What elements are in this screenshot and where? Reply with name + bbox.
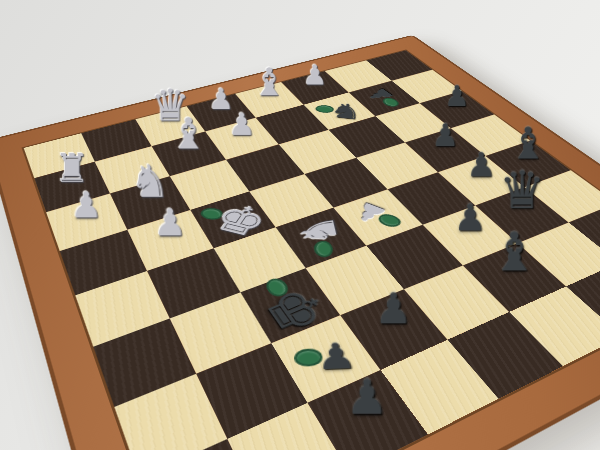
bishop-glyph: ♝ — [491, 225, 539, 278]
white-bishop[interactable]: ♝ — [252, 63, 286, 101]
black-pawn[interactable]: ♟ — [454, 199, 487, 236]
knight-glyph: ♞ — [130, 159, 170, 204]
white-pawn[interactable]: ♟ — [347, 199, 408, 235]
black-pawn[interactable]: ♟ — [431, 119, 459, 150]
black-bishop[interactable]: ♝ — [491, 225, 539, 278]
black-pawn[interactable]: ♟ — [345, 373, 388, 421]
black-queen[interactable]: ♛ — [499, 164, 546, 216]
black-knight[interactable]: ♞ — [312, 99, 366, 123]
bishop-glyph: ♝ — [170, 112, 208, 155]
queen-glyph: ♛ — [499, 164, 546, 216]
white-pawn[interactable]: ♟ — [303, 61, 328, 89]
black-bishop[interactable]: ♝ — [509, 122, 548, 166]
black-pawn[interactable]: ♟ — [466, 148, 496, 181]
pawn-glyph: ♟ — [228, 109, 255, 140]
black-pawn[interactable]: ♟ — [444, 81, 470, 110]
pawn-glyph: ♟ — [431, 119, 459, 150]
pawn-glyph: ♟ — [345, 373, 388, 421]
pawn-glyph: ♟ — [303, 61, 328, 89]
pawn-glyph: ♟ — [70, 187, 102, 223]
pawn-glyph: ♟ — [154, 204, 187, 241]
pawn-glyph: ♟ — [374, 287, 412, 329]
white-pawn[interactable]: ♟ — [228, 109, 255, 140]
black-pawn[interactable]: ♟ — [374, 287, 412, 329]
knight-glyph: ♞ — [293, 215, 345, 247]
pawn-glyph: ♟ — [466, 148, 496, 181]
table-surface: ♛♟♝♟♜♝♟♞♟♟♞♟♟♚♟♞♟♟♝♚♟♛♟♟♝♟ — [0, 0, 600, 450]
rook-glyph: ♜ — [54, 148, 89, 188]
bishop-glyph: ♝ — [252, 63, 286, 101]
white-knight[interactable]: ♞ — [293, 215, 349, 260]
board-frame: ♛♟♝♟♜♝♟♞♟♟♞♟♟♚♟♞♟♟♝♚♟♛♟♟♝♟ — [0, 36, 600, 450]
chess-board: ♛♟♝♟♜♝♟♞♟♟♞♟♟♚♟♞♟♟♝♚♟♛♟♟♝♟ — [0, 36, 600, 450]
white-pawn[interactable]: ♟ — [70, 187, 102, 223]
white-bishop[interactable]: ♝ — [170, 112, 208, 155]
white-rook[interactable]: ♜ — [54, 148, 89, 188]
board-grid: ♛♟♝♟♜♝♟♞♟♟♞♟♟♚♟♞♟♟♝♚♟♛♟♟♝♟ — [24, 50, 600, 450]
bishop-glyph: ♝ — [509, 122, 548, 166]
black-pawn[interactable]: ♟ — [361, 86, 407, 111]
white-knight[interactable]: ♞ — [130, 159, 170, 204]
white-pawn[interactable]: ♟ — [154, 204, 187, 241]
pawn-glyph: ♟ — [454, 199, 487, 236]
pawn-glyph: ♟ — [444, 81, 470, 110]
